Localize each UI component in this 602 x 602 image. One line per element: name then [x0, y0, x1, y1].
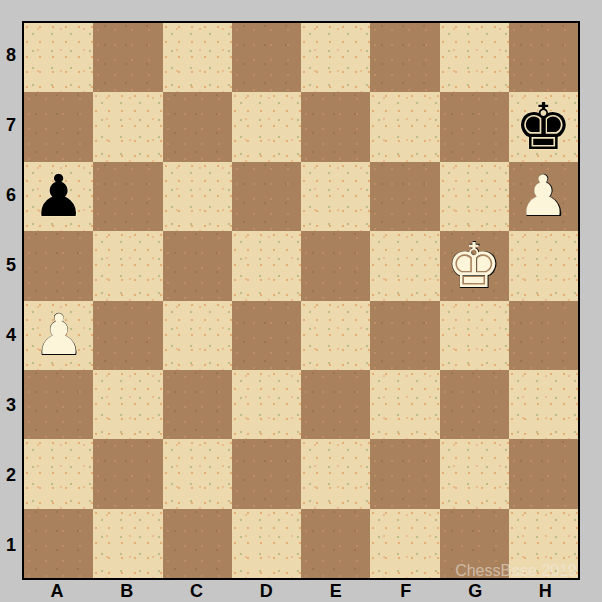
- square-c6[interactable]: [163, 162, 232, 231]
- file-label-c: C: [162, 580, 232, 602]
- white-pawn-fill: ♟: [518, 169, 568, 225]
- square-f6[interactable]: [370, 162, 439, 231]
- file-label-b: B: [92, 580, 162, 602]
- rank-label-4: 4: [0, 301, 22, 371]
- square-f5[interactable]: [370, 231, 439, 300]
- chess-board: ♚♟♟♙♚♔♟♙: [22, 21, 580, 580]
- square-b1[interactable]: [93, 509, 162, 578]
- square-e2[interactable]: [301, 439, 370, 508]
- square-b5[interactable]: [93, 231, 162, 300]
- square-f7[interactable]: [370, 92, 439, 161]
- square-h5[interactable]: [509, 231, 578, 300]
- square-a3[interactable]: [24, 370, 93, 439]
- rank-label-2: 2: [0, 440, 22, 510]
- rank-label-1: 1: [0, 510, 22, 580]
- square-b3[interactable]: [93, 370, 162, 439]
- square-h8[interactable]: [509, 23, 578, 92]
- square-d6[interactable]: [232, 162, 301, 231]
- square-d1[interactable]: [232, 509, 301, 578]
- file-label-e: E: [301, 580, 371, 602]
- square-c5[interactable]: [163, 231, 232, 300]
- square-h1[interactable]: [509, 509, 578, 578]
- square-a1[interactable]: [24, 509, 93, 578]
- square-g1[interactable]: [440, 509, 509, 578]
- square-g8[interactable]: [440, 23, 509, 92]
- square-b7[interactable]: [93, 92, 162, 161]
- white-king-fill: ♚: [447, 235, 502, 296]
- square-d7[interactable]: [232, 92, 301, 161]
- square-h3[interactable]: [509, 370, 578, 439]
- square-g6[interactable]: [440, 162, 509, 231]
- white-pawn-icon[interactable]: ♟♙: [509, 162, 578, 231]
- square-c4[interactable]: [163, 301, 232, 370]
- file-label-h: H: [510, 580, 580, 602]
- square-f2[interactable]: [370, 439, 439, 508]
- square-e4[interactable]: [301, 301, 370, 370]
- black-king-icon[interactable]: ♚: [509, 92, 578, 161]
- white-king-icon[interactable]: ♚♔: [440, 231, 509, 300]
- square-h2[interactable]: [509, 439, 578, 508]
- square-g3[interactable]: [440, 370, 509, 439]
- rank-label-8: 8: [0, 21, 22, 91]
- file-label-f: F: [371, 580, 441, 602]
- square-e6[interactable]: [301, 162, 370, 231]
- square-g7[interactable]: [440, 92, 509, 161]
- square-f3[interactable]: [370, 370, 439, 439]
- square-g5[interactable]: ♚♔: [440, 231, 509, 300]
- black-pawn-icon[interactable]: ♟: [24, 162, 93, 231]
- file-label-d: D: [231, 580, 301, 602]
- rank-labels: 87654321: [0, 21, 22, 580]
- square-a5[interactable]: [24, 231, 93, 300]
- black-pawn-glyph: ♟: [33, 167, 85, 225]
- chess-diagram: 87654321 ♚♟♟♙♚♔♟♙ ABCDEFGH ChessBase 201…: [0, 0, 602, 602]
- square-e8[interactable]: [301, 23, 370, 92]
- square-c3[interactable]: [163, 370, 232, 439]
- square-h6[interactable]: ♟♙: [509, 162, 578, 231]
- square-d2[interactable]: [232, 439, 301, 508]
- rank-label-7: 7: [0, 91, 22, 161]
- square-g2[interactable]: [440, 439, 509, 508]
- square-c7[interactable]: [163, 92, 232, 161]
- square-b8[interactable]: [93, 23, 162, 92]
- square-d3[interactable]: [232, 370, 301, 439]
- square-a2[interactable]: [24, 439, 93, 508]
- file-label-g: G: [441, 580, 511, 602]
- square-a6[interactable]: ♟: [24, 162, 93, 231]
- white-pawn-icon[interactable]: ♟♙: [24, 301, 93, 370]
- square-b4[interactable]: [93, 301, 162, 370]
- square-e3[interactable]: [301, 370, 370, 439]
- square-b6[interactable]: [93, 162, 162, 231]
- square-d4[interactable]: [232, 301, 301, 370]
- rank-label-3: 3: [0, 370, 22, 440]
- square-c2[interactable]: [163, 439, 232, 508]
- white-pawn-fill: ♟: [34, 307, 84, 363]
- square-h4[interactable]: [509, 301, 578, 370]
- square-a7[interactable]: [24, 92, 93, 161]
- square-e1[interactable]: [301, 509, 370, 578]
- square-e5[interactable]: [301, 231, 370, 300]
- file-label-a: A: [22, 580, 92, 602]
- square-f1[interactable]: [370, 509, 439, 578]
- black-king-glyph: ♚: [515, 95, 572, 159]
- square-h7[interactable]: ♚: [509, 92, 578, 161]
- square-a4[interactable]: ♟♙: [24, 301, 93, 370]
- square-f8[interactable]: [370, 23, 439, 92]
- square-a8[interactable]: [24, 23, 93, 92]
- square-g4[interactable]: [440, 301, 509, 370]
- square-f4[interactable]: [370, 301, 439, 370]
- square-d8[interactable]: [232, 23, 301, 92]
- square-c8[interactable]: [163, 23, 232, 92]
- square-d5[interactable]: [232, 231, 301, 300]
- rank-label-6: 6: [0, 161, 22, 231]
- file-labels: ABCDEFGH: [22, 580, 580, 602]
- square-b2[interactable]: [93, 439, 162, 508]
- square-c1[interactable]: [163, 509, 232, 578]
- square-e7[interactable]: [301, 92, 370, 161]
- rank-label-5: 5: [0, 231, 22, 301]
